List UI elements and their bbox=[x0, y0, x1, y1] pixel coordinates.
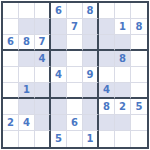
cell-r2c1[interactable] bbox=[3, 19, 19, 35]
cell-r5c4[interactable]: 4 bbox=[51, 67, 67, 83]
cell-r4c4[interactable] bbox=[51, 51, 67, 67]
given-digit: 1 bbox=[87, 134, 94, 144]
given-digit: 8 bbox=[103, 101, 110, 111]
cell-r3c6[interactable] bbox=[83, 35, 99, 51]
cell-r7c6[interactable] bbox=[83, 99, 99, 115]
cell-r1c8[interactable] bbox=[115, 3, 131, 19]
cell-r7c3[interactable] bbox=[35, 99, 51, 115]
cell-r1c4[interactable]: 6 bbox=[51, 3, 67, 19]
cell-r1c6[interactable]: 8 bbox=[83, 3, 99, 19]
cell-r5c2[interactable] bbox=[19, 67, 35, 83]
cell-r2c6[interactable] bbox=[83, 19, 99, 35]
given-digit: 4 bbox=[55, 69, 62, 79]
cell-r6c4[interactable] bbox=[51, 83, 67, 99]
cell-r7c8[interactable]: 2 bbox=[115, 99, 131, 115]
given-digit: 7 bbox=[71, 21, 78, 31]
cell-r5c5[interactable] bbox=[67, 67, 83, 83]
cell-r6c5[interactable] bbox=[67, 83, 83, 99]
cell-r3c4[interactable] bbox=[51, 35, 67, 51]
cell-r7c1[interactable] bbox=[3, 99, 19, 115]
cell-r2c3[interactable] bbox=[35, 19, 51, 35]
cell-r3c1[interactable]: 6 bbox=[3, 35, 19, 51]
cell-r9c3[interactable] bbox=[35, 131, 51, 147]
cell-r7c5[interactable] bbox=[67, 99, 83, 115]
cell-r5c3[interactable] bbox=[35, 67, 51, 83]
cell-r6c9[interactable] bbox=[131, 83, 147, 99]
cell-r2c4[interactable] bbox=[51, 19, 67, 35]
given-digit: 1 bbox=[119, 21, 126, 31]
cell-r6c1[interactable] bbox=[3, 83, 19, 99]
cell-r5c6[interactable]: 9 bbox=[83, 67, 99, 83]
cell-r9c4[interactable]: 5 bbox=[51, 131, 67, 147]
cell-r3c8[interactable] bbox=[115, 35, 131, 51]
cell-r3c9[interactable] bbox=[131, 35, 147, 51]
given-digit: 4 bbox=[23, 117, 30, 127]
cell-r4c8[interactable]: 8 bbox=[115, 51, 131, 67]
given-digit: 4 bbox=[39, 53, 46, 63]
cell-r7c7[interactable]: 8 bbox=[99, 99, 115, 115]
cell-r4c3[interactable]: 4 bbox=[35, 51, 51, 67]
given-digit: 8 bbox=[119, 53, 126, 63]
given-digit: 8 bbox=[136, 21, 143, 31]
given-digit: 8 bbox=[23, 37, 30, 47]
cell-r1c7[interactable] bbox=[99, 3, 115, 19]
cell-r5c7[interactable] bbox=[99, 67, 115, 83]
given-digit: 2 bbox=[7, 117, 14, 127]
given-digit: 2 bbox=[119, 101, 126, 111]
cell-r2c9[interactable]: 8 bbox=[131, 19, 147, 35]
cell-r5c8[interactable] bbox=[115, 67, 131, 83]
cell-r4c1[interactable] bbox=[3, 51, 19, 67]
cell-r4c9[interactable] bbox=[131, 51, 147, 67]
given-digit: 8 bbox=[87, 5, 94, 15]
cell-r8c9[interactable] bbox=[131, 115, 147, 131]
given-digit: 6 bbox=[55, 5, 62, 15]
cell-r9c9[interactable] bbox=[131, 131, 147, 147]
cell-r6c7[interactable]: 4 bbox=[99, 83, 115, 99]
cell-r2c5[interactable]: 7 bbox=[67, 19, 83, 35]
cell-r8c8[interactable] bbox=[115, 115, 131, 131]
cell-r1c3[interactable] bbox=[35, 3, 51, 19]
cell-r9c2[interactable] bbox=[19, 131, 35, 147]
cell-r5c9[interactable] bbox=[131, 67, 147, 83]
cell-r8c2[interactable]: 4 bbox=[19, 115, 35, 131]
cell-r4c6[interactable] bbox=[83, 51, 99, 67]
cell-r1c5[interactable] bbox=[67, 3, 83, 19]
cell-r4c7[interactable] bbox=[99, 51, 115, 67]
given-digit: 6 bbox=[7, 37, 14, 47]
cell-r2c8[interactable]: 1 bbox=[115, 19, 131, 35]
cell-r5c1[interactable] bbox=[3, 67, 19, 83]
cell-r8c7[interactable] bbox=[99, 115, 115, 131]
given-digit: 4 bbox=[103, 85, 110, 95]
cell-r7c2[interactable] bbox=[19, 99, 35, 115]
given-digit: 7 bbox=[39, 37, 46, 47]
cell-r6c6[interactable] bbox=[83, 83, 99, 99]
cell-r9c6[interactable]: 1 bbox=[83, 131, 99, 147]
cell-r9c7[interactable] bbox=[99, 131, 115, 147]
cell-r4c2[interactable] bbox=[19, 51, 35, 67]
sudoku-board: 6871868748491482524651 bbox=[1, 1, 149, 149]
cell-r2c7[interactable] bbox=[99, 19, 115, 35]
cell-r9c8[interactable] bbox=[115, 131, 131, 147]
cell-r3c7[interactable] bbox=[99, 35, 115, 51]
cell-r6c2[interactable]: 1 bbox=[19, 83, 35, 99]
cell-r1c9[interactable] bbox=[131, 3, 147, 19]
cell-r3c2[interactable]: 8 bbox=[19, 35, 35, 51]
cell-r9c1[interactable] bbox=[3, 131, 19, 147]
cell-r7c9[interactable]: 5 bbox=[131, 99, 147, 115]
given-digit: 5 bbox=[136, 101, 143, 111]
cell-r7c4[interactable] bbox=[51, 99, 67, 115]
cell-r2c2[interactable] bbox=[19, 19, 35, 35]
given-digit: 6 bbox=[71, 117, 78, 127]
cell-r1c1[interactable] bbox=[3, 3, 19, 19]
cell-r8c1[interactable]: 2 bbox=[3, 115, 19, 131]
cell-r8c3[interactable] bbox=[35, 115, 51, 131]
cell-r6c8[interactable] bbox=[115, 83, 131, 99]
given-digit: 1 bbox=[23, 85, 30, 95]
cell-r3c5[interactable] bbox=[67, 35, 83, 51]
cell-r3c3[interactable]: 7 bbox=[35, 35, 51, 51]
cell-r8c6[interactable] bbox=[83, 115, 99, 131]
given-digit: 5 bbox=[55, 134, 62, 144]
cell-r8c4[interactable] bbox=[51, 115, 67, 131]
cell-r4c5[interactable] bbox=[67, 51, 83, 67]
cell-r8c5[interactable]: 6 bbox=[67, 115, 83, 131]
cell-r1c2[interactable] bbox=[19, 3, 35, 19]
cell-r6c3[interactable] bbox=[35, 83, 51, 99]
given-digit: 9 bbox=[87, 69, 94, 79]
cell-r9c5[interactable] bbox=[67, 131, 83, 147]
